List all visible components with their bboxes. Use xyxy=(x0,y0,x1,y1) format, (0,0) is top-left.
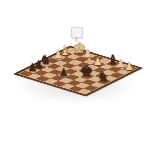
blank-price-tag xyxy=(71,27,84,39)
chess-photo-stage: ♚♟♝♟♟♟♟♝♚♞♞♟♟♟ xyxy=(0,0,150,150)
